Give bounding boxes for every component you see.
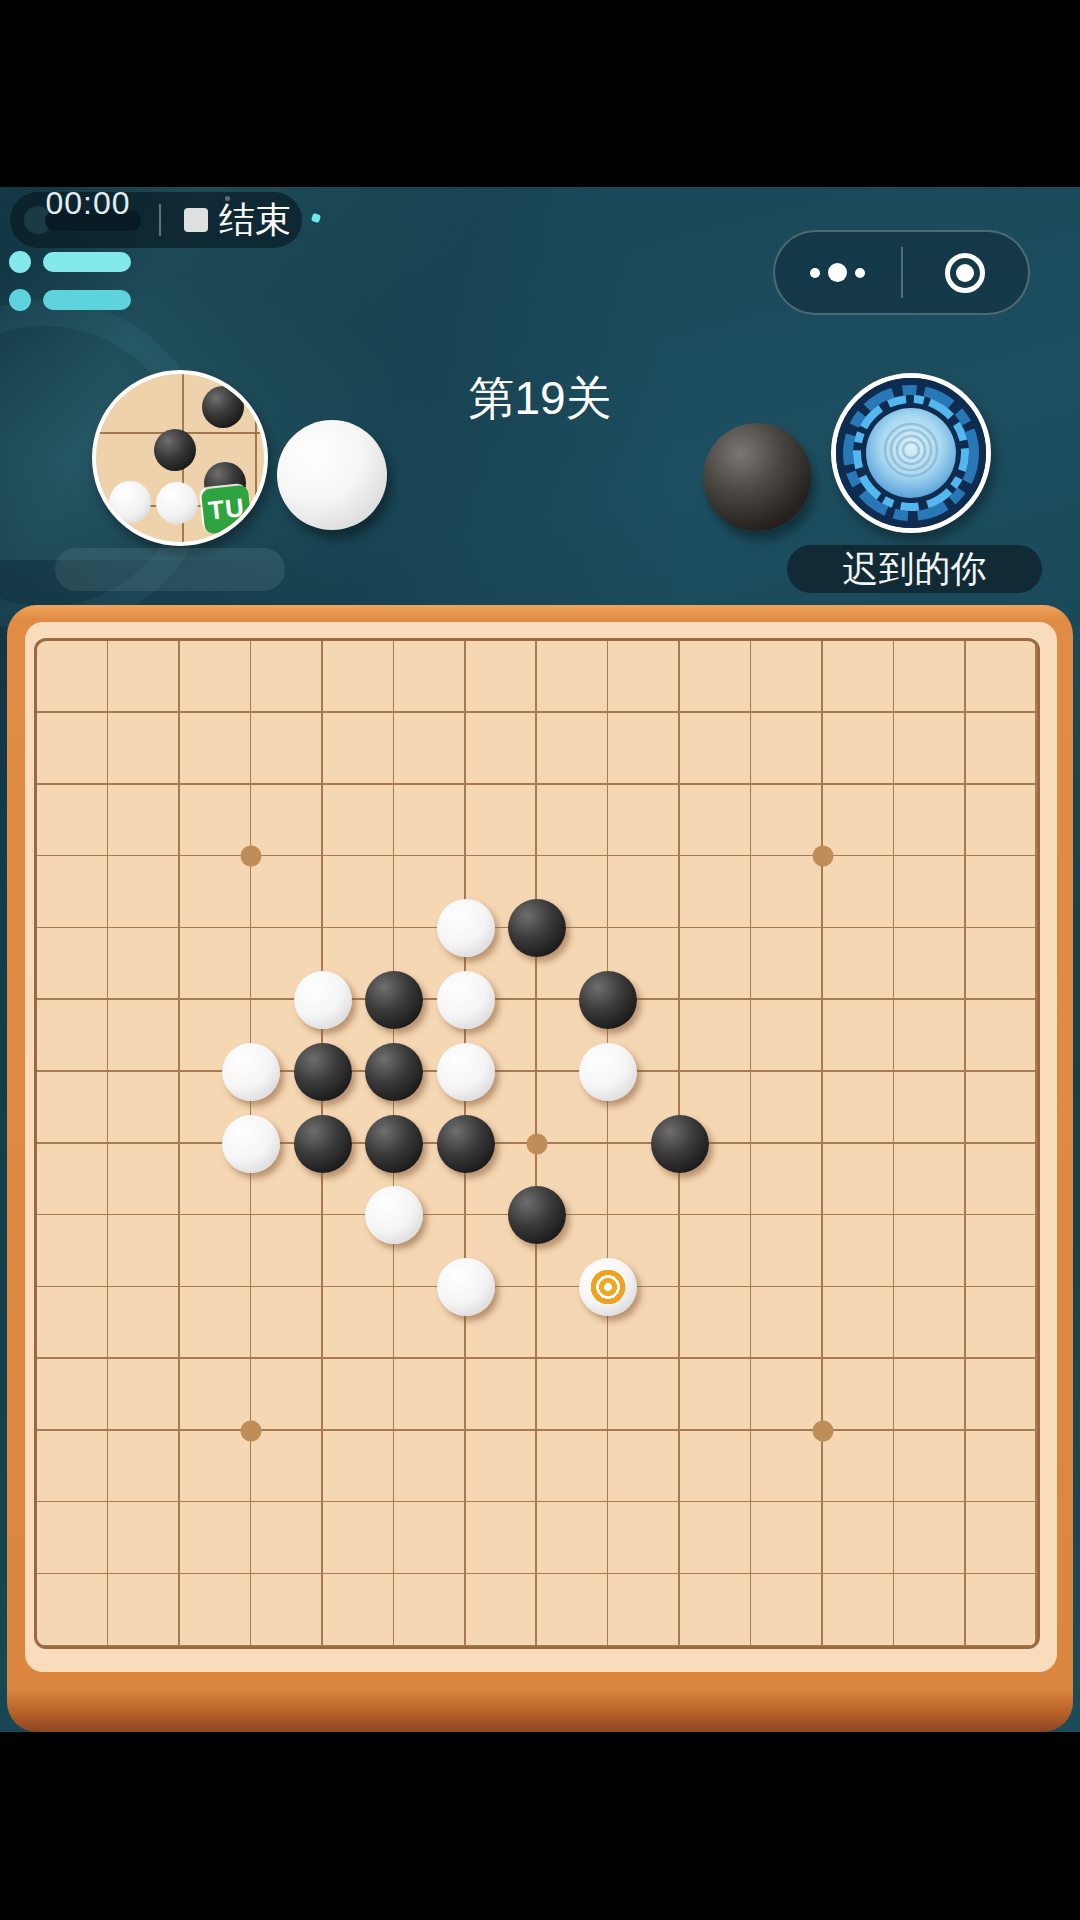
stone-black (365, 1043, 423, 1101)
stone-black (437, 1115, 495, 1173)
black-stone-indicator (703, 423, 811, 531)
ellipsis-icon (810, 268, 820, 278)
more-button[interactable] (775, 232, 901, 313)
star-point (241, 846, 262, 867)
mini-white-stone (109, 481, 151, 523)
game-background: 00:00 结束 (0, 0, 1080, 1920)
letterbox-bottom (0, 1732, 1080, 1920)
fingerprint-avatar-art (836, 378, 986, 528)
player-avatar[interactable]: TU (92, 370, 268, 546)
stone-white (437, 1258, 495, 1316)
star-point (812, 846, 833, 867)
avatar-mini-board: TU (96, 374, 264, 542)
star-point (527, 1133, 548, 1154)
app-screen: 00:00 结束 (0, 0, 1080, 1920)
bullet-icon (9, 289, 31, 311)
opponent-name-pill: 迟到的你 (787, 545, 1042, 593)
mini-black-stone (202, 386, 244, 428)
letterbox-top (0, 0, 1080, 187)
stone-white (437, 1043, 495, 1101)
stone-white (365, 1186, 423, 1244)
white-stone-indicator (277, 420, 387, 530)
wechat-capsule (773, 230, 1030, 315)
placeholder-bar (43, 252, 131, 272)
stone-white-last-move (579, 1258, 637, 1316)
stone-white (437, 899, 495, 957)
placeholder-bar (43, 290, 131, 310)
stop-icon (184, 208, 208, 232)
timer-text: 00:00 (40, 185, 136, 222)
stone-black (365, 1115, 423, 1173)
stone-white (579, 1043, 637, 1101)
stone-black (579, 971, 637, 1029)
opponent-name: 迟到的你 (843, 545, 987, 594)
stone-white (437, 971, 495, 1029)
stone-white (294, 971, 352, 1029)
level-title: 第19关 (400, 368, 680, 430)
ellipsis-icon (855, 268, 865, 278)
end-button[interactable]: 结束 (168, 192, 302, 248)
star-point (241, 1420, 262, 1441)
stone-black (651, 1115, 709, 1173)
player-name-pill (55, 548, 285, 591)
timer-pill: 00:00 结束 (10, 192, 302, 248)
mini-white-stone (156, 482, 198, 524)
stone-black (294, 1115, 352, 1173)
exit-button[interactable] (903, 232, 1029, 313)
end-label: 结束 (219, 202, 291, 238)
star-point (812, 1420, 833, 1441)
opponent-avatar[interactable] (831, 373, 991, 533)
stone-white (222, 1043, 280, 1101)
target-icon (945, 253, 985, 293)
stone-black (294, 1043, 352, 1101)
mini-black-stone (154, 429, 196, 471)
bullet-icon (9, 251, 31, 273)
divider (159, 204, 161, 236)
stone-black (508, 899, 566, 957)
stone-white (222, 1115, 280, 1173)
ellipsis-icon (828, 263, 847, 282)
stone-black (365, 971, 423, 1029)
stone-black (508, 1186, 566, 1244)
